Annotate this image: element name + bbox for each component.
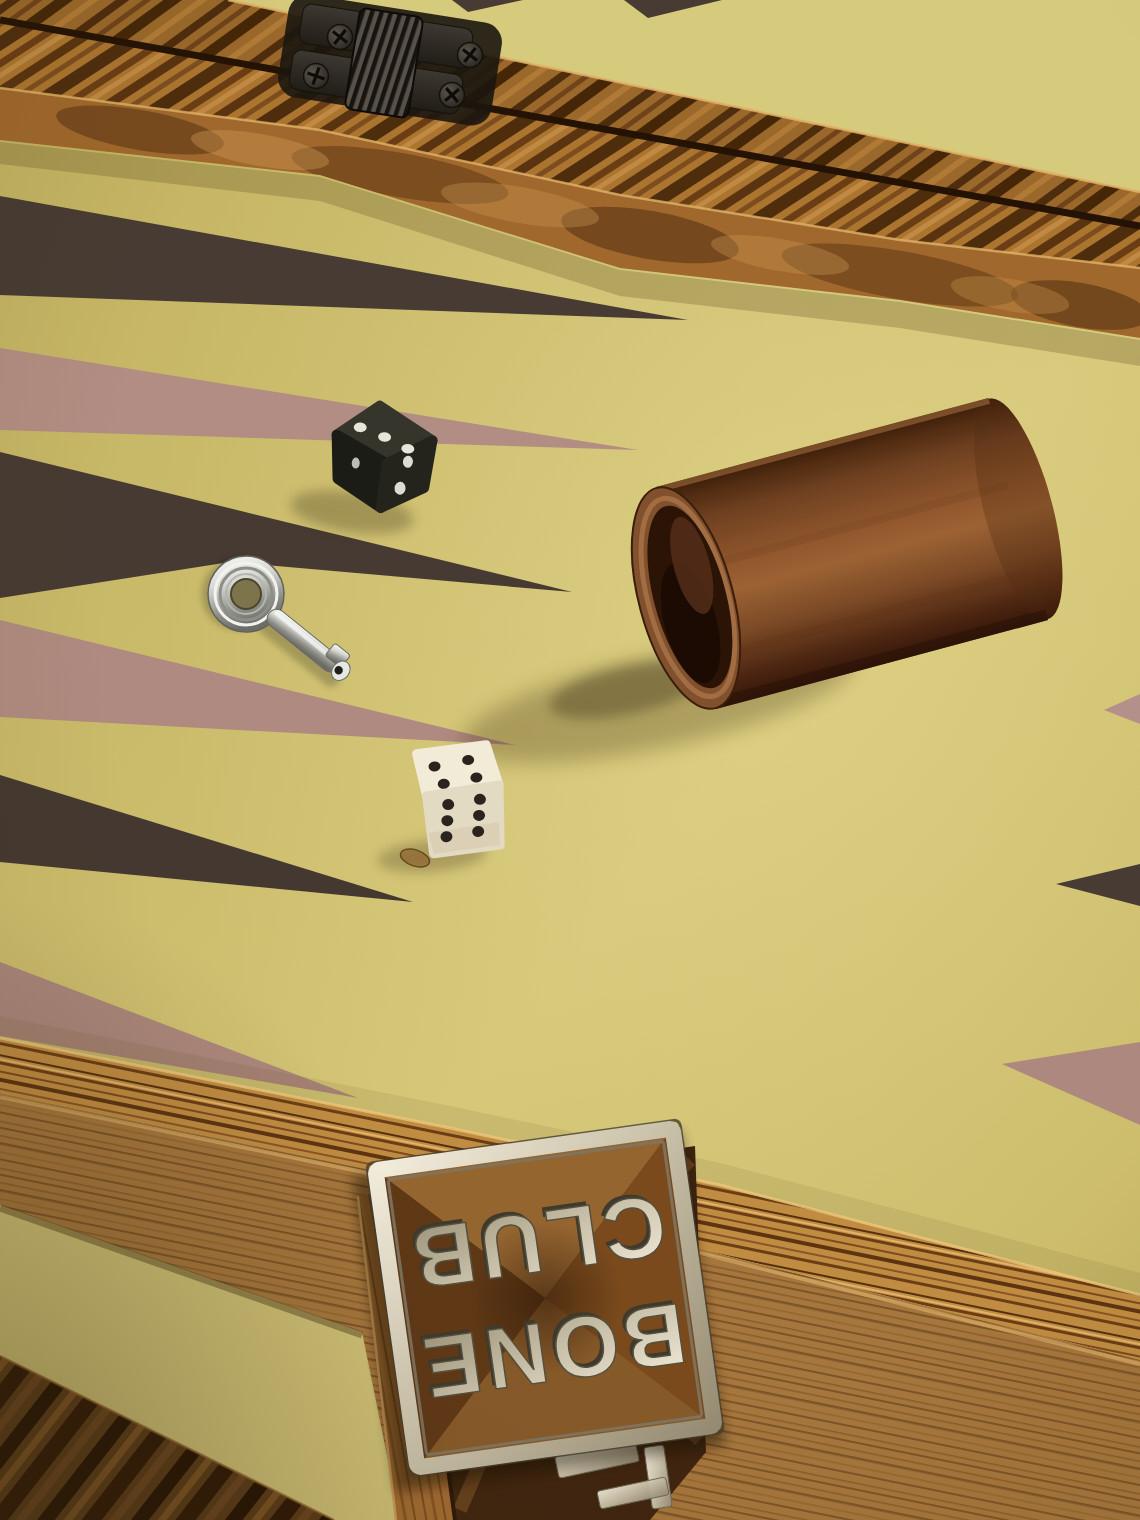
backgammon-photo: BONE CLUB BONE CLUB — [0, 0, 1140, 1520]
vignette-corner — [0, 0, 1140, 1520]
board-canvas: BONE CLUB BONE CLUB — [0, 0, 1140, 1520]
